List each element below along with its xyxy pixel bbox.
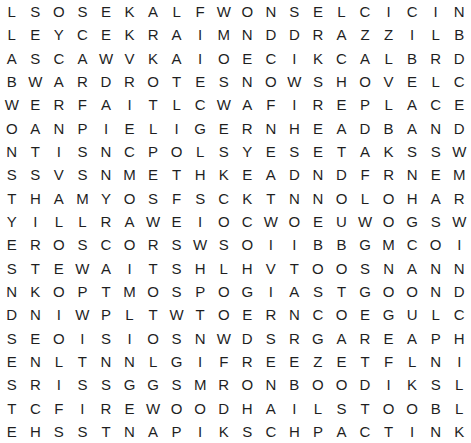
grid-cell[interactable]: S	[424, 210, 448, 233]
grid-cell[interactable]: S	[0, 326, 24, 349]
grid-cell[interactable]: T	[283, 256, 307, 279]
grid-cell[interactable]: O	[212, 47, 236, 70]
grid-cell[interactable]: N	[47, 117, 71, 140]
grid-cell[interactable]: N	[0, 140, 24, 163]
grid-cell[interactable]: C	[94, 233, 118, 256]
grid-cell[interactable]: I	[94, 117, 118, 140]
grid-cell[interactable]: M	[188, 373, 212, 396]
grid-cell[interactable]: G	[141, 373, 165, 396]
grid-cell[interactable]: R	[94, 396, 118, 419]
grid-cell[interactable]: A	[400, 93, 424, 116]
grid-cell[interactable]: I	[118, 326, 142, 349]
grid-cell[interactable]: C	[400, 0, 424, 23]
grid-cell[interactable]: L	[400, 350, 424, 373]
grid-cell[interactable]: C	[24, 396, 48, 419]
grid-cell[interactable]: R	[424, 47, 448, 70]
grid-cell[interactable]: M	[212, 23, 236, 46]
grid-cell[interactable]: L	[47, 210, 71, 233]
grid-cell[interactable]: O	[400, 396, 424, 419]
grid-cell[interactable]: A	[71, 47, 95, 70]
grid-cell[interactable]: T	[330, 140, 354, 163]
grid-cell[interactable]: S	[306, 70, 330, 93]
grid-cell[interactable]: O	[141, 326, 165, 349]
grid-cell[interactable]: E	[212, 117, 236, 140]
grid-cell[interactable]: D	[447, 117, 471, 140]
grid-cell[interactable]: O	[330, 303, 354, 326]
grid-cell[interactable]: L	[424, 70, 448, 93]
grid-cell[interactable]: O	[377, 187, 401, 210]
grid-cell[interactable]: E	[188, 70, 212, 93]
grid-cell[interactable]: N	[94, 163, 118, 186]
grid-cell[interactable]: E	[306, 0, 330, 23]
grid-cell[interactable]: K	[118, 0, 142, 23]
grid-cell[interactable]: K	[212, 420, 236, 443]
grid-cell[interactable]: A	[330, 117, 354, 140]
grid-cell[interactable]: A	[353, 47, 377, 70]
grid-cell[interactable]: P	[94, 303, 118, 326]
grid-cell[interactable]: O	[377, 210, 401, 233]
grid-cell[interactable]: S	[424, 140, 448, 163]
grid-cell[interactable]: G	[377, 303, 401, 326]
grid-cell[interactable]: S	[424, 373, 448, 396]
grid-cell[interactable]: S	[0, 373, 24, 396]
grid-cell[interactable]: D	[330, 163, 354, 186]
grid-cell[interactable]: U	[400, 303, 424, 326]
grid-cell[interactable]: H	[188, 256, 212, 279]
grid-cell[interactable]: E	[0, 420, 24, 443]
grid-cell[interactable]: N	[24, 350, 48, 373]
grid-cell[interactable]: O	[165, 140, 189, 163]
grid-cell[interactable]: H	[283, 420, 307, 443]
grid-cell[interactable]: E	[141, 163, 165, 186]
grid-cell[interactable]: A	[0, 47, 24, 70]
grid-cell[interactable]: K	[447, 420, 471, 443]
grid-cell[interactable]: O	[141, 280, 165, 303]
grid-cell[interactable]: E	[235, 47, 259, 70]
grid-cell[interactable]: K	[377, 140, 401, 163]
grid-cell[interactable]: G	[353, 280, 377, 303]
grid-cell[interactable]: V	[259, 256, 283, 279]
grid-cell[interactable]: I	[188, 47, 212, 70]
grid-cell[interactable]: N	[259, 373, 283, 396]
grid-cell[interactable]: C	[447, 303, 471, 326]
grid-cell[interactable]: M	[71, 187, 95, 210]
grid-cell[interactable]: A	[330, 420, 354, 443]
grid-cell[interactable]: A	[94, 93, 118, 116]
grid-cell[interactable]: U	[330, 210, 354, 233]
grid-cell[interactable]: I	[424, 0, 448, 23]
grid-cell[interactable]: E	[165, 210, 189, 233]
grid-cell[interactable]: S	[0, 163, 24, 186]
grid-cell[interactable]: I	[283, 396, 307, 419]
grid-cell[interactable]: R	[283, 326, 307, 349]
grid-cell[interactable]: S	[71, 373, 95, 396]
grid-cell[interactable]: T	[188, 303, 212, 326]
grid-cell[interactable]: T	[141, 93, 165, 116]
grid-cell[interactable]: A	[259, 163, 283, 186]
grid-cell[interactable]: E	[424, 163, 448, 186]
grid-cell[interactable]: H	[188, 163, 212, 186]
grid-cell[interactable]: N	[377, 256, 401, 279]
grid-cell[interactable]: R	[259, 303, 283, 326]
grid-cell[interactable]: I	[259, 233, 283, 256]
grid-cell[interactable]: F	[259, 93, 283, 116]
grid-cell[interactable]: C	[447, 70, 471, 93]
grid-cell[interactable]: I	[447, 350, 471, 373]
grid-cell[interactable]: R	[71, 70, 95, 93]
grid-cell[interactable]: G	[353, 233, 377, 256]
grid-cell[interactable]: R	[24, 373, 48, 396]
grid-cell[interactable]: T	[165, 70, 189, 93]
grid-cell[interactable]: T	[0, 396, 24, 419]
grid-cell[interactable]: S	[71, 163, 95, 186]
grid-cell[interactable]: N	[118, 420, 142, 443]
grid-cell[interactable]: W	[141, 396, 165, 419]
grid-cell[interactable]: C	[353, 0, 377, 23]
grid-cell[interactable]: F	[353, 163, 377, 186]
grid-cell[interactable]: N	[235, 70, 259, 93]
grid-cell[interactable]: S	[306, 280, 330, 303]
grid-cell[interactable]: E	[259, 140, 283, 163]
grid-cell[interactable]: L	[188, 140, 212, 163]
grid-cell[interactable]: O	[377, 280, 401, 303]
grid-cell[interactable]: E	[94, 0, 118, 23]
grid-cell[interactable]: W	[353, 210, 377, 233]
grid-cell[interactable]: P	[353, 93, 377, 116]
grid-cell[interactable]: A	[400, 117, 424, 140]
grid-cell[interactable]: E	[118, 396, 142, 419]
grid-cell[interactable]: W	[212, 326, 236, 349]
grid-cell[interactable]: I	[165, 117, 189, 140]
grid-cell[interactable]: K	[235, 187, 259, 210]
grid-cell[interactable]: K	[306, 47, 330, 70]
grid-cell[interactable]: T	[24, 140, 48, 163]
grid-cell[interactable]: N	[424, 117, 448, 140]
grid-cell[interactable]: I	[118, 256, 142, 279]
grid-cell[interactable]: R	[212, 373, 236, 396]
grid-cell[interactable]: E	[24, 93, 48, 116]
grid-cell[interactable]: W	[71, 303, 95, 326]
grid-cell[interactable]: O	[47, 0, 71, 23]
grid-cell[interactable]: N	[424, 420, 448, 443]
grid-cell[interactable]: E	[353, 303, 377, 326]
grid-cell[interactable]: D	[0, 303, 24, 326]
grid-cell[interactable]: C	[188, 93, 212, 116]
grid-cell[interactable]: O	[47, 326, 71, 349]
grid-cell[interactable]: F	[188, 0, 212, 23]
grid-cell[interactable]: T	[141, 303, 165, 326]
grid-cell[interactable]: N	[188, 326, 212, 349]
grid-cell[interactable]: C	[235, 210, 259, 233]
grid-cell[interactable]: A	[47, 187, 71, 210]
grid-cell[interactable]: R	[353, 326, 377, 349]
grid-cell[interactable]: B	[447, 23, 471, 46]
grid-cell[interactable]: S	[400, 140, 424, 163]
grid-cell[interactable]: S	[47, 420, 71, 443]
grid-cell[interactable]: P	[424, 326, 448, 349]
grid-cell[interactable]: K	[400, 373, 424, 396]
grid-cell[interactable]: P	[71, 117, 95, 140]
grid-cell[interactable]: H	[235, 396, 259, 419]
grid-cell[interactable]: B	[306, 233, 330, 256]
grid-cell[interactable]: S	[24, 47, 48, 70]
grid-cell[interactable]: P	[306, 420, 330, 443]
grid-cell[interactable]: E	[235, 163, 259, 186]
grid-cell[interactable]: K	[141, 47, 165, 70]
grid-cell[interactable]: O	[118, 187, 142, 210]
grid-cell[interactable]: O	[47, 233, 71, 256]
grid-cell[interactable]: A	[330, 326, 354, 349]
grid-cell[interactable]: F	[165, 187, 189, 210]
grid-cell[interactable]: I	[377, 0, 401, 23]
grid-cell[interactable]: S	[24, 0, 48, 23]
grid-cell[interactable]: A	[165, 23, 189, 46]
grid-cell[interactable]: R	[118, 70, 142, 93]
grid-cell[interactable]: Y	[235, 140, 259, 163]
grid-cell[interactable]: H	[330, 70, 354, 93]
grid-cell[interactable]: R	[306, 93, 330, 116]
grid-cell[interactable]: R	[235, 350, 259, 373]
grid-cell[interactable]: N	[259, 117, 283, 140]
grid-cell[interactable]: S	[259, 326, 283, 349]
grid-cell[interactable]: Z	[377, 23, 401, 46]
grid-cell[interactable]: S	[353, 256, 377, 279]
grid-cell[interactable]: M	[118, 163, 142, 186]
grid-cell[interactable]: C	[424, 93, 448, 116]
grid-cell[interactable]: M	[377, 233, 401, 256]
grid-cell[interactable]: W	[212, 93, 236, 116]
grid-cell[interactable]: H	[24, 420, 48, 443]
grid-cell[interactable]: N	[235, 23, 259, 46]
grid-cell[interactable]: W	[447, 210, 471, 233]
grid-cell[interactable]: K	[118, 23, 142, 46]
grid-cell[interactable]: F	[71, 93, 95, 116]
grid-cell[interactable]: G	[400, 210, 424, 233]
grid-cell[interactable]: S	[188, 187, 212, 210]
grid-cell[interactable]: D	[447, 47, 471, 70]
grid-cell[interactable]: N	[447, 256, 471, 279]
grid-cell[interactable]: L	[165, 93, 189, 116]
grid-cell[interactable]: G	[306, 326, 330, 349]
grid-cell[interactable]: S	[71, 420, 95, 443]
grid-cell[interactable]: S	[235, 420, 259, 443]
grid-cell[interactable]: R	[94, 210, 118, 233]
grid-cell[interactable]: E	[0, 350, 24, 373]
grid-cell[interactable]: T	[94, 280, 118, 303]
grid-cell[interactable]: B	[0, 70, 24, 93]
grid-cell[interactable]: O	[118, 233, 142, 256]
grid-cell[interactable]: C	[400, 233, 424, 256]
grid-cell[interactable]: A	[400, 256, 424, 279]
grid-cell[interactable]: S	[71, 233, 95, 256]
grid-cell[interactable]: W	[0, 93, 24, 116]
grid-cell[interactable]: S	[212, 70, 236, 93]
grid-cell[interactable]: P	[188, 280, 212, 303]
grid-cell[interactable]: L	[0, 23, 24, 46]
grid-cell[interactable]: L	[141, 117, 165, 140]
grid-cell[interactable]: A	[94, 256, 118, 279]
grid-cell[interactable]: R	[47, 93, 71, 116]
grid-cell[interactable]: L	[71, 210, 95, 233]
grid-cell[interactable]: N	[283, 303, 307, 326]
grid-cell[interactable]: S	[0, 256, 24, 279]
grid-cell[interactable]: C	[306, 303, 330, 326]
grid-cell[interactable]: O	[353, 70, 377, 93]
grid-cell[interactable]: C	[330, 47, 354, 70]
grid-cell[interactable]: B	[283, 373, 307, 396]
grid-cell[interactable]: D	[353, 373, 377, 396]
grid-cell[interactable]: E	[94, 23, 118, 46]
grid-cell[interactable]: C	[259, 47, 283, 70]
grid-cell[interactable]: I	[188, 420, 212, 443]
grid-cell[interactable]: A	[235, 93, 259, 116]
grid-cell[interactable]: O	[330, 256, 354, 279]
grid-cell[interactable]: L	[377, 47, 401, 70]
grid-cell[interactable]: S	[141, 187, 165, 210]
grid-cell[interactable]: I	[71, 396, 95, 419]
grid-cell[interactable]: L	[377, 93, 401, 116]
grid-cell[interactable]: O	[212, 210, 236, 233]
grid-cell[interactable]: E	[235, 303, 259, 326]
grid-cell[interactable]: E	[377, 326, 401, 349]
grid-cell[interactable]: O	[235, 0, 259, 23]
grid-cell[interactable]: O	[330, 187, 354, 210]
grid-cell[interactable]: N	[283, 187, 307, 210]
grid-cell[interactable]: O	[377, 396, 401, 419]
grid-cell[interactable]: W	[94, 47, 118, 70]
grid-cell[interactable]: I	[188, 350, 212, 373]
grid-cell[interactable]: N	[400, 163, 424, 186]
grid-cell[interactable]: D	[212, 396, 236, 419]
grid-cell[interactable]: N	[0, 280, 24, 303]
grid-cell[interactable]: G	[235, 280, 259, 303]
grid-cell[interactable]: S	[165, 256, 189, 279]
grid-cell[interactable]: O	[306, 256, 330, 279]
grid-cell[interactable]: S	[283, 140, 307, 163]
grid-cell[interactable]: A	[400, 326, 424, 349]
grid-cell[interactable]: W	[188, 233, 212, 256]
grid-cell[interactable]: S	[165, 233, 189, 256]
grid-cell[interactable]: T	[94, 420, 118, 443]
grid-cell[interactable]: D	[94, 70, 118, 93]
grid-cell[interactable]: E	[24, 23, 48, 46]
grid-cell[interactable]: O	[330, 373, 354, 396]
grid-cell[interactable]: S	[24, 163, 48, 186]
grid-cell[interactable]: Z	[353, 23, 377, 46]
grid-cell[interactable]: D	[447, 280, 471, 303]
grid-cell[interactable]: P	[141, 140, 165, 163]
grid-cell[interactable]: O	[259, 70, 283, 93]
grid-cell[interactable]: R	[141, 23, 165, 46]
grid-cell[interactable]: E	[330, 350, 354, 373]
grid-cell[interactable]: T	[377, 420, 401, 443]
grid-cell[interactable]: I	[47, 373, 71, 396]
grid-cell[interactable]: W	[447, 140, 471, 163]
grid-cell[interactable]: I	[47, 303, 71, 326]
grid-cell[interactable]: I	[71, 326, 95, 349]
grid-cell[interactable]: M	[118, 280, 142, 303]
grid-cell[interactable]: T	[165, 163, 189, 186]
grid-cell[interactable]: T	[0, 187, 24, 210]
grid-cell[interactable]: S	[212, 140, 236, 163]
grid-cell[interactable]: A	[330, 23, 354, 46]
grid-cell[interactable]: S	[71, 0, 95, 23]
grid-cell[interactable]: B	[400, 47, 424, 70]
grid-cell[interactable]: L	[212, 256, 236, 279]
grid-cell[interactable]: L	[447, 396, 471, 419]
grid-cell[interactable]: O	[212, 280, 236, 303]
grid-cell[interactable]: I	[400, 420, 424, 443]
grid-cell[interactable]: A	[165, 47, 189, 70]
grid-cell[interactable]: P	[165, 420, 189, 443]
grid-cell[interactable]: H	[24, 187, 48, 210]
grid-cell[interactable]: L	[306, 396, 330, 419]
grid-cell[interactable]: Y	[47, 23, 71, 46]
grid-cell[interactable]: O	[212, 303, 236, 326]
grid-cell[interactable]: C	[47, 47, 71, 70]
grid-cell[interactable]: V	[118, 47, 142, 70]
grid-cell[interactable]: N	[306, 163, 330, 186]
grid-cell[interactable]: C	[353, 420, 377, 443]
grid-cell[interactable]: P	[71, 280, 95, 303]
grid-cell[interactable]: L	[47, 350, 71, 373]
grid-cell[interactable]: S	[71, 140, 95, 163]
grid-cell[interactable]: A	[47, 70, 71, 93]
grid-cell[interactable]: G	[188, 117, 212, 140]
grid-cell[interactable]: T	[353, 396, 377, 419]
grid-cell[interactable]: E	[306, 140, 330, 163]
grid-cell[interactable]: H	[283, 117, 307, 140]
grid-cell[interactable]: N	[447, 0, 471, 23]
grid-cell[interactable]: H	[447, 326, 471, 349]
grid-cell[interactable]: E	[306, 117, 330, 140]
grid-cell[interactable]: L	[424, 23, 448, 46]
grid-cell[interactable]: O	[400, 280, 424, 303]
grid-cell[interactable]: A	[424, 187, 448, 210]
grid-cell[interactable]: K	[24, 280, 48, 303]
grid-cell[interactable]: L	[118, 303, 142, 326]
grid-cell[interactable]: I	[283, 93, 307, 116]
grid-cell[interactable]: N	[306, 187, 330, 210]
grid-cell[interactable]: I	[259, 280, 283, 303]
grid-cell[interactable]: E	[330, 93, 354, 116]
grid-cell[interactable]: K	[212, 163, 236, 186]
grid-cell[interactable]: N	[118, 350, 142, 373]
grid-cell[interactable]: L	[353, 187, 377, 210]
grid-cell[interactable]: Y	[94, 187, 118, 210]
grid-cell[interactable]: T	[330, 280, 354, 303]
grid-cell[interactable]: L	[0, 0, 24, 23]
grid-cell[interactable]: T	[141, 256, 165, 279]
grid-cell[interactable]: A	[141, 0, 165, 23]
grid-cell[interactable]: M	[447, 163, 471, 186]
grid-cell[interactable]: H	[400, 187, 424, 210]
grid-cell[interactable]: D	[283, 23, 307, 46]
grid-cell[interactable]: I	[24, 210, 48, 233]
grid-cell[interactable]: S	[165, 326, 189, 349]
grid-cell[interactable]: A	[24, 117, 48, 140]
grid-cell[interactable]: E	[447, 93, 471, 116]
grid-cell[interactable]: F	[377, 350, 401, 373]
grid-cell[interactable]: O	[306, 373, 330, 396]
grid-cell[interactable]: Y	[0, 210, 24, 233]
grid-cell[interactable]: I	[47, 140, 71, 163]
grid-cell[interactable]: S	[165, 280, 189, 303]
grid-cell[interactable]: I	[188, 23, 212, 46]
grid-cell[interactable]: N	[94, 140, 118, 163]
grid-cell[interactable]: D	[235, 326, 259, 349]
grid-cell[interactable]: O	[188, 396, 212, 419]
